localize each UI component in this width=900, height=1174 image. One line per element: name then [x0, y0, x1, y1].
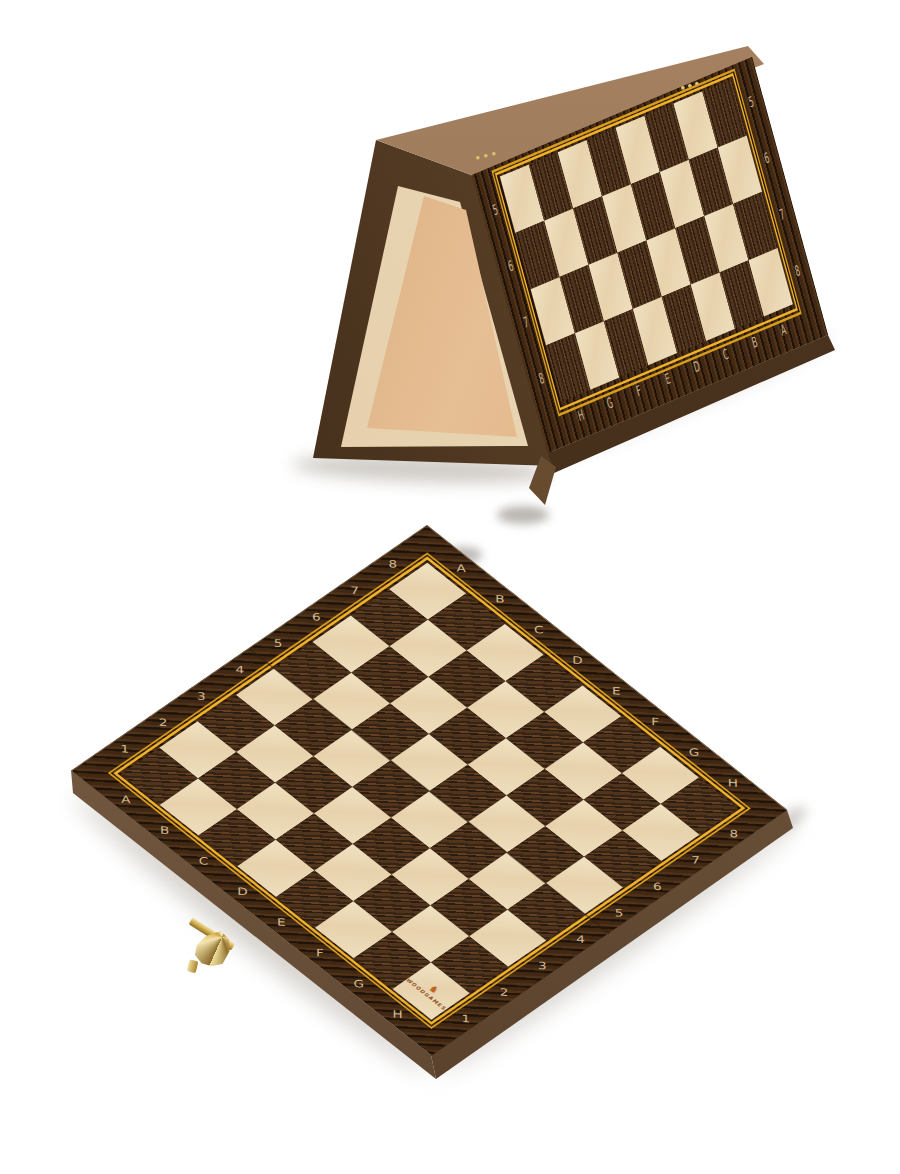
file-label-upperright-D: D — [572, 655, 583, 666]
hinge-pin-icon — [688, 84, 692, 88]
rank-label-upperleft-3: 3 — [197, 691, 206, 702]
rank-label-lowerright-6: 6 — [653, 881, 662, 892]
file-label-lowerleft-H: H — [392, 1009, 402, 1020]
rank-label-upperleft-2: 2 — [159, 717, 168, 728]
clasp-tab — [187, 959, 199, 973]
folded-rank-label-left-6: 6 — [507, 258, 515, 274]
folded-file-label-B: B — [750, 335, 759, 351]
file-label-lowerleft-C: C — [199, 856, 209, 867]
folded-rank-label-left-5: 5 — [491, 202, 499, 218]
rank-label-upperleft-4: 4 — [235, 664, 244, 675]
hinge-pin-icon — [681, 86, 685, 90]
rank-label-lowerright-2: 2 — [500, 987, 509, 998]
file-label-upperright-B: B — [495, 594, 504, 605]
shadow-folded-corner — [497, 506, 549, 524]
rank-label-lowerright-1: 1 — [461, 1013, 470, 1024]
file-label-upperright-G: G — [689, 747, 700, 758]
folded-rank-label-right-7: 7 — [778, 207, 786, 223]
rank-label-upperleft-8: 8 — [389, 559, 398, 570]
clasp-shell-icon — [193, 930, 232, 968]
file-label-lowerleft-B: B — [160, 825, 169, 836]
hinge-pin-icon — [484, 154, 488, 158]
folded-rank-label-left-8: 8 — [537, 371, 545, 387]
hinge-pin-icon — [695, 82, 699, 86]
file-label-upperright-C: C — [534, 624, 544, 635]
rank-label-upperleft-7: 7 — [350, 585, 359, 596]
file-label-lowerleft-E: E — [277, 917, 286, 928]
file-label-lowerleft-G: G — [353, 978, 364, 989]
folded-rank-label-right-6: 6 — [763, 151, 771, 167]
hinge-pin-icon — [476, 156, 480, 160]
folded-rank-label-right-5: 5 — [747, 94, 755, 110]
hinge-pin-icon — [492, 152, 496, 156]
folded-file-label-F: F — [635, 384, 643, 399]
open-chessboard: ♞ WOODGAMES 8765432187654321ABCDEFGHABCD… — [71, 525, 787, 1055]
file-label-lowerleft-D: D — [237, 886, 248, 897]
folded-rank-label-right-8: 8 — [793, 263, 801, 279]
rank-label-upperleft-6: 6 — [312, 611, 321, 622]
rank-label-lowerright-7: 7 — [691, 855, 700, 866]
rank-label-lowerright-3: 3 — [538, 960, 547, 971]
folded-file-label-D: D — [692, 359, 701, 375]
folded-file-label-E: E — [664, 372, 672, 388]
folded-file-label-C: C — [721, 347, 730, 363]
file-label-lowerleft-F: F — [316, 948, 324, 959]
file-label-upperright-E: E — [612, 686, 621, 697]
chessboard-product-photo: 56785678HGFEDCBA ♞ WOODGAMES 87654321876… — [0, 0, 900, 1174]
brand-name: WOODGAMES — [405, 977, 448, 1011]
file-label-upperright-A: A — [456, 563, 465, 574]
rank-label-lowerright-8: 8 — [730, 828, 739, 839]
brass-clasp — [183, 913, 243, 976]
folded-file-label-G: G — [605, 396, 614, 412]
folded-file-label-H: H — [577, 408, 586, 424]
rank-label-upperleft-5: 5 — [274, 638, 283, 649]
file-label-upperright-H: H — [728, 778, 738, 789]
file-label-lowerleft-A: A — [121, 794, 130, 805]
folded-rank-label-left-7: 7 — [522, 315, 530, 331]
rank-label-upperleft-1: 1 — [120, 744, 129, 755]
folded-file-label-A: A — [779, 323, 788, 339]
rank-label-lowerright-5: 5 — [615, 908, 624, 919]
rank-label-lowerright-4: 4 — [576, 934, 585, 945]
file-label-upperright-F: F — [651, 716, 659, 727]
